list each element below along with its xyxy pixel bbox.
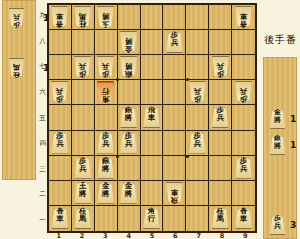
shogi-piece[interactable]: 銀將 xyxy=(119,56,138,78)
board-cell[interactable] xyxy=(49,181,72,206)
piece-kanji: 兵 xyxy=(119,140,138,148)
file-label: 7 xyxy=(194,233,204,239)
board-cell[interactable] xyxy=(209,80,232,105)
board-cell[interactable] xyxy=(95,206,118,231)
board-cell[interactable]: 歩兵 xyxy=(209,105,232,130)
piece-kanji: 飛 xyxy=(165,196,184,204)
board-cell[interactable] xyxy=(95,105,118,130)
board-cell[interactable] xyxy=(49,156,72,181)
board-cell[interactable] xyxy=(186,55,209,80)
shogi-piece[interactable]: 桂馬 xyxy=(73,6,92,28)
shogi-piece[interactable]: 銀將 xyxy=(119,106,138,128)
board-cell[interactable] xyxy=(163,55,186,80)
board-cell[interactable] xyxy=(72,105,95,130)
piece-kanji: 兵 xyxy=(188,140,207,148)
piece-kanji: 將 xyxy=(96,190,115,198)
board-cell[interactable]: 歩兵 xyxy=(72,55,95,80)
piece-kanji: 兵 xyxy=(211,114,230,122)
board-cell[interactable]: 桂馬 xyxy=(209,206,232,231)
board-cell[interactable]: 歩兵 xyxy=(163,30,186,55)
piece-kanji: 馬 xyxy=(73,12,92,20)
piece-kanji: 桂 xyxy=(8,71,25,79)
shogi-piece[interactable]: 王將 xyxy=(73,182,92,204)
piece-kanji: 行 xyxy=(96,87,115,95)
rank-label: 二 xyxy=(38,191,47,198)
board-cell[interactable]: 香車 xyxy=(232,5,255,30)
piece-kanji: 兵 xyxy=(96,140,115,148)
board-cell[interactable]: 香車 xyxy=(232,206,255,231)
turn-indicator: 後手番 xyxy=(261,33,300,47)
board-cell[interactable] xyxy=(186,105,209,130)
piece-kanji: 歩 xyxy=(50,95,69,103)
board-cell[interactable] xyxy=(141,55,164,80)
shogi-piece[interactable]: 歩兵 xyxy=(50,132,69,154)
shogi-piece[interactable]: 歩兵 xyxy=(269,215,286,235)
board-cell[interactable]: 桂馬 xyxy=(72,5,95,30)
piece-kanji: 香 xyxy=(234,20,253,28)
piece-kanji: 金 xyxy=(119,45,138,53)
board-cell[interactable] xyxy=(118,80,141,105)
board-cell[interactable] xyxy=(209,156,232,181)
board-cell[interactable] xyxy=(141,181,164,206)
piece-kanji: 兵 xyxy=(211,62,230,70)
file-label: 4 xyxy=(124,233,134,239)
board-cell[interactable]: 香車 xyxy=(49,206,72,231)
board-cell[interactable]: 歩兵 xyxy=(72,156,95,181)
board-cell[interactable] xyxy=(209,30,232,55)
board-cell[interactable]: 王將 xyxy=(72,181,95,206)
piece-kanji: 兵 xyxy=(8,13,25,21)
shogi-piece[interactable]: 歩兵 xyxy=(96,132,115,154)
board-cell[interactable]: 金將 xyxy=(118,30,141,55)
piece-kanji: 歩 xyxy=(96,70,115,78)
piece-kanji: 歩 xyxy=(234,95,253,103)
piece-kanji: 兵 xyxy=(50,87,69,95)
piece-kanji: 將 xyxy=(96,165,115,173)
piece-kanji: 車 xyxy=(142,114,161,122)
board-cell[interactable] xyxy=(72,30,95,55)
board-cell[interactable]: 銀將 xyxy=(118,55,141,80)
board-cell[interactable] xyxy=(118,206,141,231)
board-cell[interactable] xyxy=(163,105,186,130)
board-cell[interactable] xyxy=(232,181,255,206)
rank-label: 八 xyxy=(38,38,47,45)
hoshi-dot xyxy=(116,78,119,81)
board-cell[interactable] xyxy=(95,30,118,55)
board-cell[interactable] xyxy=(186,30,209,55)
board-cell[interactable] xyxy=(232,55,255,80)
board-cell[interactable] xyxy=(141,131,164,156)
board-cell[interactable] xyxy=(118,5,141,30)
board-cell[interactable]: 銀將 xyxy=(95,156,118,181)
shogi-piece[interactable]: 香車 xyxy=(234,207,253,229)
captured-count: 1 xyxy=(43,13,49,23)
board-cell[interactable] xyxy=(72,80,95,105)
board-cell[interactable] xyxy=(232,131,255,156)
rank-label: 四 xyxy=(38,140,47,147)
board-cell[interactable] xyxy=(141,30,164,55)
shogi-piece[interactable]: 金將 xyxy=(119,182,138,204)
piece-kanji: 將 xyxy=(269,117,286,125)
last-move-piece[interactable]: 角行 xyxy=(96,81,115,103)
rank-label: 三 xyxy=(38,166,47,173)
captured-count: 1 xyxy=(290,140,296,150)
board-cell[interactable] xyxy=(49,55,72,80)
board-cell[interactable]: 飛車 xyxy=(163,181,186,206)
board-cell[interactable] xyxy=(141,80,164,105)
piece-kanji: 桂 xyxy=(73,20,92,28)
board-cell[interactable]: 歩兵 xyxy=(49,80,72,105)
board-cell[interactable] xyxy=(186,5,209,30)
piece-kanji: 兵 xyxy=(73,62,92,70)
piece-kanji: 車 xyxy=(234,215,253,223)
shogi-piece[interactable]: 歩兵 xyxy=(234,157,253,179)
board-cell[interactable]: 香車 xyxy=(49,5,72,30)
file-label: 3 xyxy=(100,233,110,239)
shogi-piece[interactable]: 歩兵 xyxy=(8,8,25,28)
board-cell[interactable] xyxy=(232,30,255,55)
piece-kanji: 將 xyxy=(119,62,138,70)
board-cell[interactable] xyxy=(209,131,232,156)
board-cell[interactable]: 角行 xyxy=(95,80,118,105)
piece-kanji: 歩 xyxy=(188,95,207,103)
shogi-piece[interactable]: 香車 xyxy=(234,6,253,28)
board-cell[interactable] xyxy=(72,131,95,156)
captured-count: 1 xyxy=(43,63,49,73)
piece-kanji: 歩 xyxy=(211,70,230,78)
shogi-piece[interactable]: 歩兵 xyxy=(165,31,184,53)
piece-kanji: 角 xyxy=(96,95,115,103)
board-cell[interactable] xyxy=(209,5,232,30)
shogi-piece[interactable]: 香車 xyxy=(50,6,69,28)
piece-kanji: 兵 xyxy=(96,62,115,70)
piece-kanji: 車 xyxy=(50,12,69,20)
shogi-piece[interactable]: 桂馬 xyxy=(211,207,230,229)
board-cell[interactable] xyxy=(209,181,232,206)
shogi-piece[interactable]: 歩兵 xyxy=(188,81,207,103)
board-cell[interactable] xyxy=(141,5,164,30)
piece-kanji: 馬 xyxy=(211,215,230,223)
piece-kanji: 兵 xyxy=(269,223,286,231)
rank-label: 六 xyxy=(38,89,47,96)
sente-captured-stand: 歩兵桂馬 xyxy=(2,0,36,180)
piece-kanji: 兵 xyxy=(50,140,69,148)
piece-kanji: 車 xyxy=(234,12,253,20)
board-cell[interactable] xyxy=(118,156,141,181)
file-label: 8 xyxy=(217,233,227,239)
board-cell[interactable]: 玉將 xyxy=(95,5,118,30)
file-label: 6 xyxy=(170,233,180,239)
shogi-piece[interactable]: 飛車 xyxy=(142,106,161,128)
board-cell[interactable] xyxy=(186,181,209,206)
board-cell[interactable] xyxy=(163,156,186,181)
shogi-piece[interactable]: 歩兵 xyxy=(211,56,230,78)
shogi-piece[interactable]: 桂馬 xyxy=(8,58,25,78)
rank-label: 一 xyxy=(38,217,47,224)
shogi-piece[interactable]: 歩兵 xyxy=(73,157,92,179)
shogi-piece[interactable]: 銀將 xyxy=(269,135,286,155)
captured-count: 1 xyxy=(290,114,296,124)
shogi-piece[interactable]: 歩兵 xyxy=(50,81,69,103)
piece-kanji: 將 xyxy=(119,190,138,198)
shogi-board: 香車桂馬玉將香車金將歩兵歩兵歩兵銀將歩兵歩兵角行歩兵歩兵銀將飛車歩兵歩兵歩兵歩兵… xyxy=(47,3,257,233)
piece-kanji: 車 xyxy=(165,188,184,196)
shogi-piece[interactable]: 角行 xyxy=(142,207,161,229)
board-cell[interactable] xyxy=(141,156,164,181)
piece-kanji: 歩 xyxy=(8,21,25,29)
piece-kanji: 行 xyxy=(142,215,161,223)
board-cell[interactable] xyxy=(186,156,209,181)
board-cell[interactable] xyxy=(163,131,186,156)
board-cell[interactable]: 歩兵 xyxy=(232,156,255,181)
board-cell[interactable]: 歩兵 xyxy=(49,131,72,156)
shogi-piece[interactable]: 銀將 xyxy=(96,157,115,179)
piece-kanji: 將 xyxy=(119,37,138,45)
shogi-piece[interactable]: 歩兵 xyxy=(73,56,92,78)
board-cell[interactable]: 歩兵 xyxy=(209,55,232,80)
shogi-piece[interactable]: 飛車 xyxy=(165,182,184,204)
piece-kanji: 銀 xyxy=(119,70,138,78)
hoshi-dot xyxy=(186,78,189,81)
piece-kanji: 兵 xyxy=(234,87,253,95)
shogi-piece[interactable]: 玉將 xyxy=(96,6,115,28)
shogi-piece[interactable]: 金將 xyxy=(96,182,115,204)
piece-kanji: 將 xyxy=(269,143,286,151)
shogi-piece[interactable]: 歩兵 xyxy=(119,132,138,154)
shogi-piece[interactable]: 歩兵 xyxy=(188,132,207,154)
shogi-piece[interactable]: 歩兵 xyxy=(211,106,230,128)
board-cell[interactable] xyxy=(163,5,186,30)
shogi-piece[interactable]: 金將 xyxy=(119,31,138,53)
board-cell[interactable]: 金將 xyxy=(118,181,141,206)
board-cell[interactable]: 角行 xyxy=(141,206,164,231)
piece-kanji: 將 xyxy=(73,190,92,198)
captured-count: 3 xyxy=(290,220,296,230)
file-label: 9 xyxy=(240,233,250,239)
piece-kanji: 兵 xyxy=(234,165,253,173)
file-label: 2 xyxy=(77,233,87,239)
board-cell[interactable] xyxy=(163,206,186,231)
rank-label: 五 xyxy=(38,115,47,122)
piece-kanji: 兵 xyxy=(188,87,207,95)
file-label: 5 xyxy=(147,233,157,239)
board-cell[interactable]: 金將 xyxy=(95,181,118,206)
shogi-piece[interactable]: 歩兵 xyxy=(234,81,253,103)
board-cell[interactable]: 銀將 xyxy=(118,105,141,130)
board-cell[interactable] xyxy=(186,206,209,231)
piece-kanji: 將 xyxy=(119,114,138,122)
board-cell[interactable]: 歩兵 xyxy=(95,55,118,80)
shogi-piece[interactable]: 香車 xyxy=(50,207,69,229)
board-cell[interactable] xyxy=(49,105,72,130)
file-label: 1 xyxy=(54,233,64,239)
hoshi-dot xyxy=(186,155,189,158)
board-cell[interactable]: 歩兵 xyxy=(95,131,118,156)
piece-kanji: 兵 xyxy=(73,165,92,173)
shogi-piece[interactable]: 歩兵 xyxy=(96,56,115,78)
piece-kanji: 馬 xyxy=(73,215,92,223)
piece-kanji: 將 xyxy=(96,12,115,20)
piece-kanji: 歩 xyxy=(73,70,92,78)
piece-kanji: 車 xyxy=(50,215,69,223)
piece-kanji: 玉 xyxy=(96,20,115,28)
shogi-piece[interactable]: 桂馬 xyxy=(73,207,92,229)
board-cell[interactable]: 桂馬 xyxy=(72,206,95,231)
piece-kanji: 兵 xyxy=(165,39,184,47)
hoshi-dot xyxy=(116,155,119,158)
board-cell[interactable] xyxy=(232,105,255,130)
shogi-piece[interactable]: 金將 xyxy=(269,109,286,129)
board-cell[interactable] xyxy=(163,80,186,105)
board-cell[interactable]: 飛車 xyxy=(141,105,164,130)
board-cell[interactable]: 歩兵 xyxy=(186,80,209,105)
board-cell[interactable]: 歩兵 xyxy=(118,131,141,156)
piece-kanji: 香 xyxy=(50,20,69,28)
board-cell[interactable] xyxy=(49,30,72,55)
piece-kanji: 馬 xyxy=(8,63,25,71)
board-cell[interactable]: 歩兵 xyxy=(232,80,255,105)
board-cell[interactable]: 歩兵 xyxy=(186,131,209,156)
